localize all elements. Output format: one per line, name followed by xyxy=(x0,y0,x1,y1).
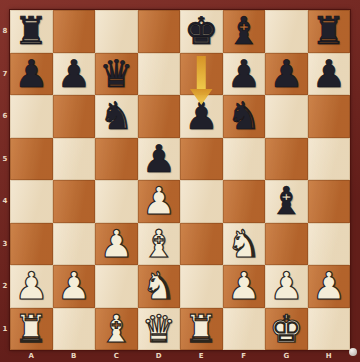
square-g7[interactable]: ♟ xyxy=(265,53,308,96)
square-b3[interactable] xyxy=(53,223,96,266)
square-d8[interactable] xyxy=(138,10,181,53)
piece-black-pawn[interactable]: ♟ xyxy=(142,140,176,178)
square-h1[interactable] xyxy=(308,308,351,351)
piece-white-pawn[interactable]: ♟ xyxy=(312,267,346,305)
chess-board: ♜♚♝♜♟♟♛♟♟♟♞♟♞♟♟♝♟♝♞♟♟♞♟♟♟♜♝♛♜♚ xyxy=(10,10,350,350)
square-a2[interactable]: ♟ xyxy=(10,265,53,308)
file-label-b: B xyxy=(53,352,96,360)
square-e6[interactable]: ♟ xyxy=(180,95,223,138)
square-f1[interactable] xyxy=(223,308,266,351)
file-label-e: E xyxy=(180,352,223,360)
rank-label-4: 4 xyxy=(0,197,10,205)
piece-black-knight[interactable]: ♞ xyxy=(227,97,261,135)
square-g3[interactable] xyxy=(265,223,308,266)
square-a3[interactable] xyxy=(10,223,53,266)
piece-white-pawn[interactable]: ♟ xyxy=(227,267,261,305)
piece-white-knight[interactable]: ♞ xyxy=(142,267,176,305)
piece-black-knight[interactable]: ♞ xyxy=(99,97,133,135)
square-f2[interactable]: ♟ xyxy=(223,265,266,308)
piece-white-pawn[interactable]: ♟ xyxy=(269,267,303,305)
square-g6[interactable] xyxy=(265,95,308,138)
square-h4[interactable] xyxy=(308,180,351,223)
piece-black-pawn[interactable]: ♟ xyxy=(184,97,218,135)
square-b8[interactable] xyxy=(53,10,96,53)
square-d7[interactable] xyxy=(138,53,181,96)
piece-white-pawn[interactable]: ♟ xyxy=(142,182,176,220)
square-h8[interactable]: ♜ xyxy=(308,10,351,53)
square-c7[interactable]: ♛ xyxy=(95,53,138,96)
square-d2[interactable]: ♞ xyxy=(138,265,181,308)
square-c6[interactable]: ♞ xyxy=(95,95,138,138)
square-c2[interactable] xyxy=(95,265,138,308)
square-c8[interactable] xyxy=(95,10,138,53)
square-a1[interactable]: ♜ xyxy=(10,308,53,351)
piece-black-king[interactable]: ♚ xyxy=(184,12,218,50)
square-c5[interactable] xyxy=(95,138,138,181)
square-d1[interactable]: ♛ xyxy=(138,308,181,351)
piece-white-rook[interactable]: ♜ xyxy=(14,310,48,348)
file-label-d: D xyxy=(138,352,181,360)
square-b2[interactable]: ♟ xyxy=(53,265,96,308)
square-h3[interactable] xyxy=(308,223,351,266)
square-g5[interactable] xyxy=(265,138,308,181)
square-d5[interactable]: ♟ xyxy=(138,138,181,181)
file-label-g: G xyxy=(265,352,308,360)
piece-black-pawn[interactable]: ♟ xyxy=(57,55,91,93)
piece-white-king[interactable]: ♚ xyxy=(269,310,303,348)
square-g2[interactable]: ♟ xyxy=(265,265,308,308)
rank-label-8: 8 xyxy=(0,27,10,35)
file-label-f: F xyxy=(223,352,266,360)
square-d6[interactable] xyxy=(138,95,181,138)
square-d3[interactable]: ♝ xyxy=(138,223,181,266)
file-label-a: A xyxy=(10,352,53,360)
square-c1[interactable]: ♝ xyxy=(95,308,138,351)
rank-label-3: 3 xyxy=(0,240,10,248)
square-b7[interactable]: ♟ xyxy=(53,53,96,96)
square-a8[interactable]: ♜ xyxy=(10,10,53,53)
square-g1[interactable]: ♚ xyxy=(265,308,308,351)
rank-label-7: 7 xyxy=(0,70,10,78)
square-b6[interactable] xyxy=(53,95,96,138)
square-c3[interactable]: ♟ xyxy=(95,223,138,266)
rank-label-6: 6 xyxy=(0,112,10,120)
square-h6[interactable] xyxy=(308,95,351,138)
square-a5[interactable] xyxy=(10,138,53,181)
square-e8[interactable]: ♚ xyxy=(180,10,223,53)
piece-white-queen[interactable]: ♛ xyxy=(142,310,176,348)
square-f7[interactable]: ♟ xyxy=(223,53,266,96)
piece-white-knight[interactable]: ♞ xyxy=(227,225,261,263)
piece-black-queen[interactable]: ♛ xyxy=(99,55,133,93)
square-f6[interactable]: ♞ xyxy=(223,95,266,138)
rank-label-2: 2 xyxy=(0,282,10,290)
square-e2[interactable] xyxy=(180,265,223,308)
square-a7[interactable]: ♟ xyxy=(10,53,53,96)
file-label-c: C xyxy=(95,352,138,360)
piece-black-pawn[interactable]: ♟ xyxy=(227,55,261,93)
square-d4[interactable]: ♟ xyxy=(138,180,181,223)
file-labels: ABCDEFGH xyxy=(10,350,350,362)
piece-white-pawn[interactable]: ♟ xyxy=(99,225,133,263)
rank-label-1: 1 xyxy=(0,325,10,333)
rank-labels: 87654321 xyxy=(0,10,10,350)
square-c4[interactable] xyxy=(95,180,138,223)
square-f5[interactable] xyxy=(223,138,266,181)
piece-black-pawn[interactable]: ♟ xyxy=(269,55,303,93)
piece-white-rook[interactable]: ♜ xyxy=(184,310,218,348)
square-e3[interactable] xyxy=(180,223,223,266)
piece-white-bishop[interactable]: ♝ xyxy=(99,310,133,348)
chess-board-frame: 87654321 ♜♚♝♜♟♟♛♟♟♟♞♟♞♟♟♝♟♝♞♟♟♞♟♟♟♜♝♛♜♚ … xyxy=(0,0,360,362)
square-f4[interactable] xyxy=(223,180,266,223)
piece-black-pawn[interactable]: ♟ xyxy=(14,55,48,93)
square-e1[interactable]: ♜ xyxy=(180,308,223,351)
square-h2[interactable]: ♟ xyxy=(308,265,351,308)
square-b4[interactable] xyxy=(53,180,96,223)
piece-white-pawn[interactable]: ♟ xyxy=(57,267,91,305)
piece-black-bishop[interactable]: ♝ xyxy=(269,182,303,220)
square-g4[interactable]: ♝ xyxy=(265,180,308,223)
square-a6[interactable] xyxy=(10,95,53,138)
corner-dot-icon xyxy=(349,348,357,356)
square-a4[interactable] xyxy=(10,180,53,223)
file-label-h: H xyxy=(308,352,351,360)
piece-white-bishop[interactable]: ♝ xyxy=(142,225,176,263)
square-e7[interactable] xyxy=(180,53,223,96)
square-f8[interactable]: ♝ xyxy=(223,10,266,53)
rank-label-5: 5 xyxy=(0,155,10,163)
square-f3[interactable]: ♞ xyxy=(223,223,266,266)
square-b5[interactable] xyxy=(53,138,96,181)
piece-white-pawn[interactable]: ♟ xyxy=(14,267,48,305)
square-h5[interactable] xyxy=(308,138,351,181)
square-e4[interactable] xyxy=(180,180,223,223)
square-g8[interactable] xyxy=(265,10,308,53)
piece-black-bishop[interactable]: ♝ xyxy=(227,12,261,50)
square-b1[interactable] xyxy=(53,308,96,351)
piece-black-rook[interactable]: ♜ xyxy=(14,12,48,50)
square-h7[interactable]: ♟ xyxy=(308,53,351,96)
square-e5[interactable] xyxy=(180,138,223,181)
piece-black-pawn[interactable]: ♟ xyxy=(312,55,346,93)
piece-black-rook[interactable]: ♜ xyxy=(312,12,346,50)
